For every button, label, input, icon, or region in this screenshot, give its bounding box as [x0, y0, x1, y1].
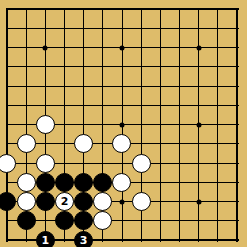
white-stone[interactable]: [132, 192, 151, 211]
board-intersection[interactable]: [17, 211, 36, 230]
board-intersection[interactable]: [0, 192, 17, 211]
board-intersection[interactable]: [74, 192, 93, 211]
board-intersection[interactable]: [112, 173, 131, 192]
board-intersection[interactable]: [36, 192, 55, 211]
white-stone[interactable]: [17, 173, 36, 192]
board-intersection[interactable]: 1: [36, 230, 55, 247]
go-board[interactable]: 213: [0, 0, 247, 247]
board-intersection[interactable]: [93, 173, 112, 192]
black-stone[interactable]: [74, 192, 93, 211]
board-intersection[interactable]: [74, 173, 93, 192]
white-stone[interactable]: [93, 192, 112, 211]
board-intersection[interactable]: [74, 211, 93, 230]
white-stone[interactable]: [17, 192, 36, 211]
white-stone[interactable]: [112, 134, 131, 153]
white-stone[interactable]: [132, 154, 151, 173]
white-stone[interactable]: [112, 173, 131, 192]
white-stone[interactable]: [36, 115, 55, 134]
white-stone[interactable]: [36, 154, 55, 173]
board-intersection[interactable]: [74, 134, 93, 153]
board-intersection[interactable]: [36, 173, 55, 192]
board-intersection[interactable]: 3: [74, 230, 93, 247]
go-diagram: 213: [0, 0, 247, 247]
board-intersection[interactable]: [17, 134, 36, 153]
move-number-label: 1: [41, 235, 49, 246]
board-intersection[interactable]: [0, 153, 17, 172]
white-stone[interactable]: [0, 154, 16, 173]
board-intersection[interactable]: [112, 134, 131, 153]
black-stone[interactable]: [0, 192, 16, 211]
board-intersection[interactable]: [132, 192, 151, 211]
black-stone[interactable]: [55, 173, 74, 192]
black-stone[interactable]: [74, 173, 93, 192]
black-stone[interactable]: 1: [36, 231, 55, 247]
black-stone[interactable]: [74, 211, 93, 230]
black-stone[interactable]: [17, 211, 36, 230]
black-stone[interactable]: [55, 211, 74, 230]
move-number-label: 2: [61, 196, 69, 207]
white-stone[interactable]: [74, 134, 93, 153]
black-stone[interactable]: 3: [74, 231, 93, 247]
black-stone[interactable]: [93, 173, 112, 192]
board-intersection[interactable]: [55, 173, 74, 192]
board-intersection[interactable]: 2: [55, 192, 74, 211]
white-stone[interactable]: 2: [55, 192, 74, 211]
black-stone[interactable]: [36, 173, 55, 192]
board-intersection[interactable]: [17, 173, 36, 192]
board-intersection[interactable]: [55, 211, 74, 230]
white-stone[interactable]: [17, 134, 36, 153]
white-stone[interactable]: [93, 211, 112, 230]
board-intersection[interactable]: [36, 115, 55, 134]
board-intersection[interactable]: [93, 211, 112, 230]
board-intersection[interactable]: [36, 153, 55, 172]
board-intersection[interactable]: [93, 192, 112, 211]
board-intersection[interactable]: [132, 153, 151, 172]
board-intersection[interactable]: [17, 192, 36, 211]
black-stone[interactable]: [36, 192, 55, 211]
move-number-label: 3: [80, 235, 88, 246]
